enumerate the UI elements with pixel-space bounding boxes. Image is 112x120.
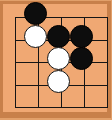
white-stone[interactable] <box>24 25 47 48</box>
go-diagram <box>0 0 112 120</box>
white-stone[interactable] <box>47 70 70 93</box>
board-cell[interactable] <box>84 85 107 108</box>
black-stone[interactable] <box>70 47 93 70</box>
black-stone[interactable] <box>70 25 93 48</box>
black-stone[interactable] <box>47 25 70 48</box>
board-cell[interactable] <box>15 62 38 85</box>
white-stone[interactable] <box>47 47 70 70</box>
board-cell[interactable] <box>15 85 38 108</box>
black-stone[interactable] <box>24 2 47 25</box>
